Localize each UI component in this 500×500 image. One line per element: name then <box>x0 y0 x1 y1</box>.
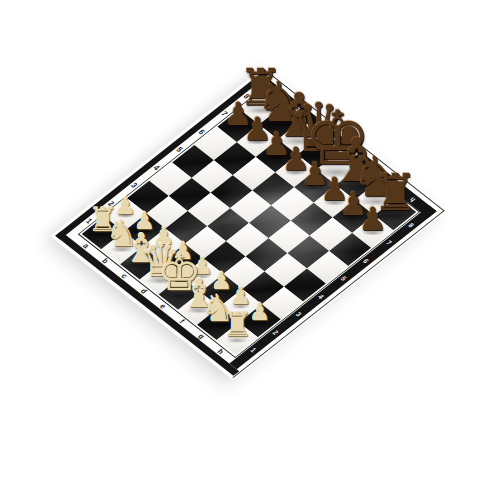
piece-white-pawn-h2[interactable]: ♟ <box>249 299 271 323</box>
piece-black-pawn-h7[interactable]: ♟ <box>358 203 387 235</box>
chess-set-photo: aabbccddeeffgghh1122334455667788 ♜♞♝♛♚♝♞… <box>0 0 500 500</box>
pieces-layer: ♜♞♝♛♚♝♞♜♟♟♟♟♟♟♟♟♟♟♟♟♟♟♟♟♜♞♝♛♚♝♞♜ <box>0 0 500 500</box>
piece-white-rook-h1[interactable]: ♜ <box>222 309 252 343</box>
